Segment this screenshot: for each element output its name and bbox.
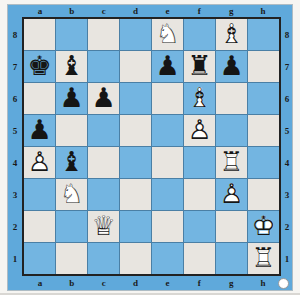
square-e8: ♞♘ [152,19,183,50]
file-label-a: a [24,277,56,290]
rank-label-2: 2 [281,211,293,243]
square-h8 [248,19,279,50]
square-e5 [152,115,183,146]
file-label-d: d [120,5,152,17]
piece-black-pawn: ♟ [24,115,55,146]
square-d7 [120,51,151,82]
square-c3 [88,179,119,210]
piece-black-bishop: ♝ [56,51,87,82]
square-c8 [88,19,119,50]
square-b1 [56,243,87,274]
square-f5: ♟♙ [184,115,215,146]
square-e1 [152,243,183,274]
square-a2 [24,211,55,242]
square-f8 [184,19,215,50]
square-c1 [88,243,119,274]
board-border: ♞♘♝♗♚♝♟♜♟♟♟♝♗♟♟♙♟♙♝♜♖♞♘♟♙♛♕♚♔♜♖ [22,17,281,276]
square-a8 [24,19,55,50]
square-b4: ♝ [56,147,87,178]
chess-diagram-page: abcdefgh abcdefgh 87654321 87654321 ♞♘♝♗… [0,0,300,295]
piece-white-rook: ♜♖ [216,147,247,178]
square-g8: ♝♗ [216,19,247,50]
square-c7 [88,51,119,82]
square-f2 [184,211,215,242]
file-label-c: c [88,277,120,290]
board-grid: ♞♘♝♗♚♝♟♜♟♟♟♝♗♟♟♙♟♙♝♜♖♞♘♟♙♛♕♚♔♜♖ [24,19,279,274]
piece-white-bishop: ♝♗ [216,19,247,50]
square-h4 [248,147,279,178]
file-label-d: d [120,277,152,290]
square-a5: ♟ [24,115,55,146]
square-b2 [56,211,87,242]
square-a4: ♟♙ [24,147,55,178]
rank-label-3: 3 [281,179,293,211]
square-b7: ♝ [56,51,87,82]
rank-label-8: 8 [9,19,21,51]
file-label-f: f [183,5,215,17]
square-b8 [56,19,87,50]
square-g7: ♟ [216,51,247,82]
square-b5 [56,115,87,146]
square-e3 [152,179,183,210]
file-labels-top: abcdefgh [24,5,279,17]
file-label-c: c [88,5,120,17]
piece-black-rook: ♜ [184,51,215,82]
rank-label-4: 4 [281,147,293,179]
rank-label-6: 6 [281,83,293,115]
square-h5 [248,115,279,146]
square-g1 [216,243,247,274]
square-a1 [24,243,55,274]
square-e6 [152,83,183,114]
square-a3 [24,179,55,210]
square-g6 [216,83,247,114]
rank-labels-right: 87654321 [281,19,293,275]
file-label-a: a [24,5,56,17]
square-h3 [248,179,279,210]
square-a7: ♚ [24,51,55,82]
square-d1 [120,243,151,274]
board-frame: abcdefgh abcdefgh 87654321 87654321 ♞♘♝♗… [7,4,293,291]
square-d5 [120,115,151,146]
square-h6 [248,83,279,114]
piece-white-bishop: ♝♗ [184,83,215,114]
white-to-move-indicator [278,278,289,289]
square-d4 [120,147,151,178]
square-a6 [24,83,55,114]
square-c4 [88,147,119,178]
file-label-g: g [215,277,247,290]
square-h7 [248,51,279,82]
piece-white-queen: ♛♕ [88,211,119,242]
piece-white-pawn: ♟♙ [184,115,215,146]
square-e7: ♟ [152,51,183,82]
square-c6: ♟ [88,83,119,114]
square-f7: ♜ [184,51,215,82]
file-label-b: b [56,277,88,290]
square-d8 [120,19,151,50]
square-f1 [184,243,215,274]
square-d2 [120,211,151,242]
piece-white-rook: ♜♖ [248,243,279,274]
piece-black-pawn: ♟ [152,51,183,82]
piece-white-knight: ♞♘ [56,179,87,210]
square-b6: ♟ [56,83,87,114]
square-g4: ♜♖ [216,147,247,178]
rank-label-5: 5 [9,115,21,147]
square-h1: ♜♖ [248,243,279,274]
rank-label-7: 7 [281,51,293,83]
square-g3: ♟♙ [216,179,247,210]
file-label-e: e [152,277,184,290]
square-c2: ♛♕ [88,211,119,242]
piece-white-pawn: ♟♙ [24,147,55,178]
piece-black-pawn: ♟ [56,83,87,114]
square-f3 [184,179,215,210]
file-label-g: g [215,5,247,17]
piece-black-pawn: ♟ [88,83,119,114]
rank-label-3: 3 [9,179,21,211]
file-label-b: b [56,5,88,17]
square-f4 [184,147,215,178]
file-labels-bottom: abcdefgh [24,277,279,290]
rank-label-2: 2 [9,211,21,243]
square-d3 [120,179,151,210]
file-label-f: f [183,277,215,290]
piece-white-king: ♚♔ [248,211,279,242]
rank-label-5: 5 [281,115,293,147]
square-d6 [120,83,151,114]
piece-white-pawn: ♟♙ [216,179,247,210]
piece-black-bishop: ♝ [56,147,87,178]
rank-label-4: 4 [9,147,21,179]
square-g2 [216,211,247,242]
piece-black-king: ♚ [24,51,55,82]
square-g5 [216,115,247,146]
file-label-h: h [247,5,279,17]
square-c5 [88,115,119,146]
rank-labels-left: 87654321 [9,19,21,275]
rank-label-8: 8 [281,19,293,51]
rank-label-1: 1 [9,243,21,275]
rank-label-7: 7 [9,51,21,83]
rank-label-6: 6 [9,83,21,115]
file-label-h: h [247,277,279,290]
piece-white-knight: ♞♘ [152,19,183,50]
square-e2 [152,211,183,242]
square-e4 [152,147,183,178]
square-h2: ♚♔ [248,211,279,242]
file-label-e: e [152,5,184,17]
rank-label-1: 1 [281,243,293,275]
square-b3: ♞♘ [56,179,87,210]
square-f6: ♝♗ [184,83,215,114]
piece-black-pawn: ♟ [216,51,247,82]
